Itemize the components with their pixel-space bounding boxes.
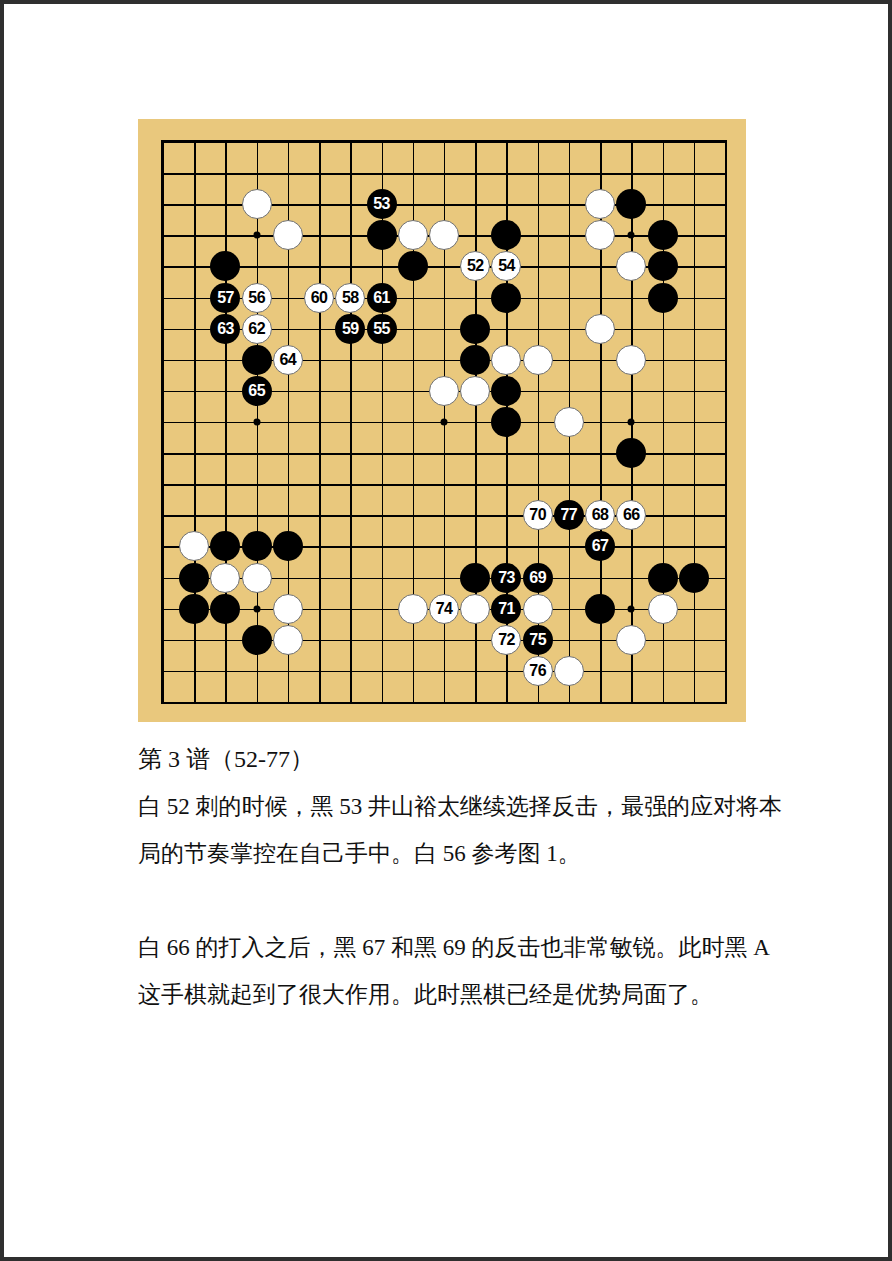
black-stone [210,594,240,624]
black-stone [460,314,490,344]
black-stone-move-63: 63 [210,314,240,344]
diagram-title: 第 3 谱（52-77） [138,736,786,783]
white-stone-move-72: 72 [491,625,521,655]
paragraph2-line1: 白 66 的打入之后，黑 67 和黑 69 的反击也非常敏锐。此时黑 A [138,924,786,971]
paragraph1-line1: 白 52 刺的时候，黑 53 井山裕太继续选择反击，最强的应对将本 [138,783,786,830]
star-point [253,232,260,239]
white-stone [585,189,615,219]
white-stone-move-70: 70 [523,500,553,530]
black-stone [398,251,428,281]
white-stone-move-60: 60 [304,283,334,313]
white-stone [242,563,272,593]
black-stone-move-61: 61 [367,283,397,313]
white-stone [616,345,646,375]
white-stone [273,594,303,624]
black-stone-move-53: 53 [367,189,397,219]
star-point [253,418,260,425]
white-stone [616,625,646,655]
black-stone [273,531,303,561]
star-point [628,605,635,612]
black-stone [616,438,646,468]
paragraph-spacer [138,877,786,924]
white-stone [585,314,615,344]
white-stone [460,376,490,406]
black-stone [491,283,521,313]
paragraph1-line2: 局的节奏掌控在自己手中。白 56 参考图 1。 [138,830,786,877]
go-board: 5352545756605861636259556465707768666773… [138,119,746,722]
white-stone [398,594,428,624]
white-stone [491,345,521,375]
white-stone [429,220,459,250]
white-stone [523,594,553,624]
white-stone [554,407,584,437]
black-stone [648,563,678,593]
star-point [440,418,447,425]
white-stone-move-52: 52 [460,251,490,281]
black-stone [242,345,272,375]
black-stone [491,407,521,437]
white-stone [523,345,553,375]
star-point [253,605,260,612]
white-stone-move-64: 64 [273,345,303,375]
white-stone-move-76: 76 [523,656,553,686]
black-stone [210,251,240,281]
black-stone [491,220,521,250]
black-stone [648,251,678,281]
black-stone-move-73: 73 [491,563,521,593]
white-stone [429,376,459,406]
black-stone-move-75: 75 [523,625,553,655]
white-stone-move-68: 68 [585,500,615,530]
star-point [628,232,635,239]
black-stone-move-77: 77 [554,500,584,530]
white-stone-move-54: 54 [491,251,521,281]
white-stone-move-62: 62 [242,314,272,344]
black-stone-move-59: 59 [335,314,365,344]
black-stone [491,376,521,406]
star-point [628,418,635,425]
black-stone [179,594,209,624]
black-stone [585,594,615,624]
white-stone [648,594,678,624]
white-stone-move-74: 74 [429,594,459,624]
black-stone [460,345,490,375]
white-stone [273,625,303,655]
black-stone [242,625,272,655]
black-stone [679,563,709,593]
white-stone-move-66: 66 [616,500,646,530]
paragraph2-line2: 这手棋就起到了很大作用。此时黑棋已经是优势局面了。 [138,971,786,1018]
black-stone [648,220,678,250]
black-stone-move-65: 65 [242,376,272,406]
commentary-block: 第 3 谱（52-77） 白 52 刺的时候，黑 53 井山裕太继续选择反击，最… [138,736,786,1018]
white-stone [242,189,272,219]
black-stone-move-55: 55 [367,314,397,344]
black-stone-move-71: 71 [491,594,521,624]
white-stone [210,563,240,593]
black-stone [179,563,209,593]
black-stone [616,189,646,219]
white-stone-move-56: 56 [242,283,272,313]
white-stone [179,531,209,561]
white-stone [554,656,584,686]
black-stone-move-69: 69 [523,563,553,593]
black-stone-move-67: 67 [585,531,615,561]
black-stone [460,563,490,593]
black-stone-move-57: 57 [210,283,240,313]
white-stone [273,220,303,250]
white-stone [585,220,615,250]
white-stone [460,594,490,624]
black-stone [210,531,240,561]
black-stone [367,220,397,250]
white-stone-move-58: 58 [335,283,365,313]
white-stone [398,220,428,250]
board-grid: 5352545756605861636259556465707768666773… [163,142,725,702]
black-stone [648,283,678,313]
black-stone [242,531,272,561]
white-stone [616,251,646,281]
